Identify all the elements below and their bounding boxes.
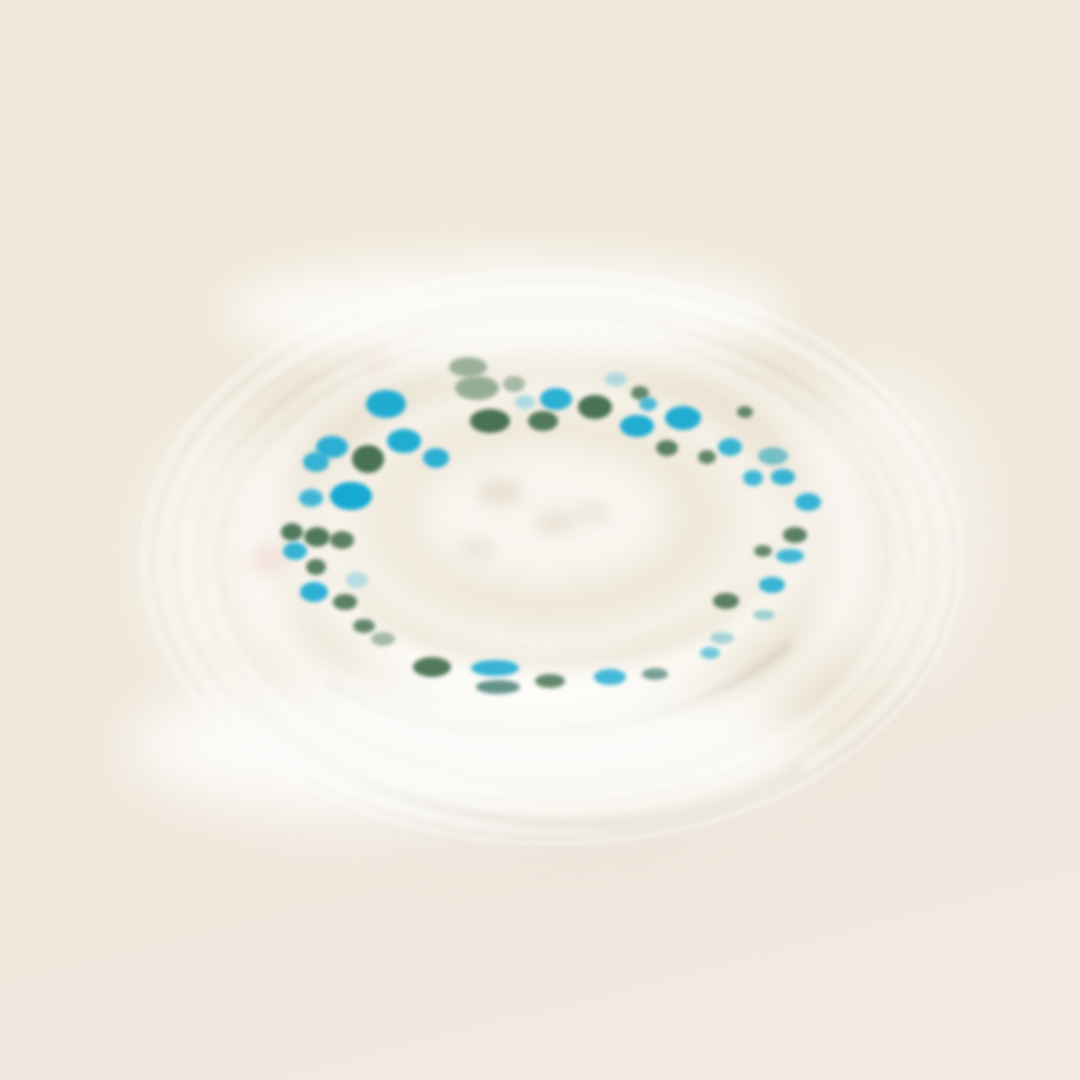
glass-dimple [575, 502, 609, 522]
glass-dimple [535, 510, 575, 534]
speckle-dot [718, 438, 742, 456]
speckle-dot [353, 619, 375, 633]
photo-canvas [0, 0, 1080, 1080]
speckle-dot [758, 447, 788, 465]
glass-smudge [248, 548, 288, 572]
speckle-dot [754, 545, 772, 557]
speckle-dot [540, 388, 572, 410]
speckle-dot [605, 372, 627, 386]
speckle-dot [515, 395, 535, 409]
speckle-dot [303, 452, 329, 472]
speckle-dot [330, 531, 354, 549]
speckle-dot [503, 376, 525, 392]
speckle-dot [743, 470, 763, 486]
speckle-dot [698, 450, 716, 464]
speckle-dot [759, 577, 785, 593]
speckle-dot [300, 582, 328, 602]
speckle-dot [449, 357, 487, 377]
speckle-dot [423, 448, 449, 468]
speckle-dot [371, 632, 395, 646]
speckle-layer [0, 0, 1080, 1080]
speckle-dot [299, 489, 323, 507]
speckle-dot [281, 523, 303, 541]
speckle-dot [783, 527, 807, 543]
speckle-dot [700, 647, 720, 659]
speckle-dot [594, 669, 626, 685]
speckle-dot [366, 390, 406, 418]
speckle-dot [330, 482, 372, 510]
speckle-dot [753, 610, 775, 620]
speckle-dot [352, 445, 384, 473]
speckle-dot [737, 406, 753, 418]
glass-dimple [477, 479, 523, 505]
speckle-dot [710, 632, 734, 644]
speckle-dot [656, 440, 678, 456]
glass-plate [0, 0, 1080, 1080]
speckle-dot [776, 549, 804, 563]
glass-smudge [362, 354, 392, 370]
speckle-dot [455, 376, 499, 400]
glass-dimple [459, 539, 495, 559]
speckle-dot [795, 493, 821, 511]
speckle-dot [413, 657, 451, 677]
speckle-dot [665, 406, 701, 430]
speckle-dot [283, 542, 307, 560]
speckle-dot [578, 395, 612, 419]
speckle-dot [528, 411, 558, 431]
speckle-dot [535, 674, 565, 688]
speckle-dot [471, 660, 519, 676]
speckle-dot [333, 594, 357, 610]
speckle-dot [713, 593, 739, 609]
speckle-dot [306, 559, 326, 575]
speckle-dot [642, 668, 668, 680]
speckle-dot [620, 415, 654, 437]
speckle-dot [387, 429, 421, 453]
speckle-dot [639, 397, 657, 411]
speckle-dot [304, 527, 330, 547]
speckle-dot [771, 469, 795, 485]
speckle-dot [476, 680, 520, 694]
speckle-dot [346, 572, 368, 588]
speckle-dot [470, 409, 510, 433]
